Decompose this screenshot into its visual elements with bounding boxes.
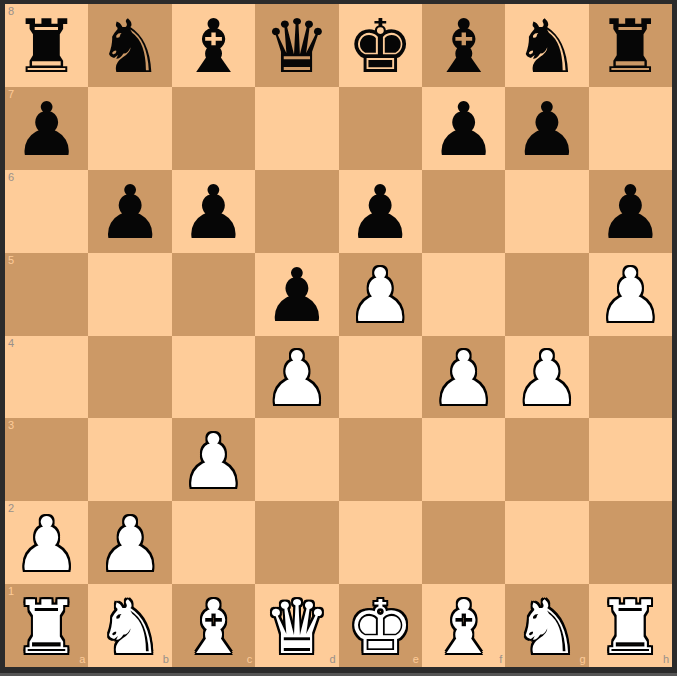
white-pawn[interactable]: ♟: [180, 424, 246, 498]
square-d2[interactable]: [255, 501, 338, 584]
square-g1[interactable]: ♞g: [505, 584, 588, 667]
black-pawn[interactable]: ♟: [597, 175, 663, 249]
white-rook[interactable]: ♜: [597, 590, 663, 664]
chess-board: 8♜♞♝♛♚♝♞♜7♟♟♟6♟♟♟♟5♟♟♟4♟♟♟3♟2♟♟1♜a♞b♝c♛d…: [5, 4, 672, 667]
black-king[interactable]: ♚: [347, 9, 413, 83]
square-f4[interactable]: ♟: [422, 336, 505, 419]
square-h5[interactable]: ♟: [589, 253, 672, 336]
white-pawn[interactable]: ♟: [514, 341, 580, 415]
square-c2[interactable]: [172, 501, 255, 584]
square-c3[interactable]: ♟: [172, 418, 255, 501]
square-f7[interactable]: ♟: [422, 87, 505, 170]
black-pawn[interactable]: ♟: [14, 92, 80, 166]
black-knight[interactable]: ♞: [97, 9, 163, 83]
square-d3[interactable]: [255, 418, 338, 501]
square-a2[interactable]: 2♟: [5, 501, 88, 584]
square-d8[interactable]: ♛: [255, 4, 338, 87]
black-knight[interactable]: ♞: [514, 9, 580, 83]
square-b3[interactable]: [88, 418, 171, 501]
square-e6[interactable]: ♟: [339, 170, 422, 253]
white-knight[interactable]: ♞: [97, 590, 163, 664]
black-pawn[interactable]: ♟: [430, 92, 496, 166]
square-f8[interactable]: ♝: [422, 4, 505, 87]
black-rook[interactable]: ♜: [14, 9, 80, 83]
square-h2[interactable]: [589, 501, 672, 584]
white-king[interactable]: ♚: [347, 590, 413, 664]
file-label: c: [247, 654, 253, 665]
black-rook[interactable]: ♜: [597, 9, 663, 83]
rank-label: 5: [8, 255, 14, 266]
square-a6[interactable]: 6: [5, 170, 88, 253]
square-g7[interactable]: ♟: [505, 87, 588, 170]
square-g6[interactable]: [505, 170, 588, 253]
square-b6[interactable]: ♟: [88, 170, 171, 253]
square-b4[interactable]: [88, 336, 171, 419]
board-frame: 8♜♞♝♛♚♝♞♜7♟♟♟6♟♟♟♟5♟♟♟4♟♟♟3♟2♟♟1♜a♞b♝c♛d…: [0, 0, 677, 676]
square-a8[interactable]: 8♜: [5, 4, 88, 87]
square-h7[interactable]: [589, 87, 672, 170]
file-label: a: [79, 654, 85, 665]
square-d1[interactable]: ♛d: [255, 584, 338, 667]
file-label: d: [329, 654, 335, 665]
square-b2[interactable]: ♟: [88, 501, 171, 584]
square-e1[interactable]: ♚e: [339, 584, 422, 667]
square-g2[interactable]: [505, 501, 588, 584]
white-pawn[interactable]: ♟: [430, 341, 496, 415]
square-e3[interactable]: [339, 418, 422, 501]
rank-label: 6: [8, 172, 14, 183]
square-e8[interactable]: ♚: [339, 4, 422, 87]
square-g3[interactable]: [505, 418, 588, 501]
file-label: e: [413, 654, 419, 665]
black-pawn[interactable]: ♟: [180, 175, 246, 249]
black-queen[interactable]: ♛: [264, 9, 330, 83]
file-label: f: [499, 654, 502, 665]
square-a3[interactable]: 3: [5, 418, 88, 501]
white-pawn[interactable]: ♟: [97, 507, 163, 581]
square-d4[interactable]: ♟: [255, 336, 338, 419]
square-f6[interactable]: [422, 170, 505, 253]
white-pawn[interactable]: ♟: [264, 341, 330, 415]
white-pawn[interactable]: ♟: [347, 258, 413, 332]
square-h4[interactable]: [589, 336, 672, 419]
square-h6[interactable]: ♟: [589, 170, 672, 253]
square-g5[interactable]: [505, 253, 588, 336]
square-b5[interactable]: [88, 253, 171, 336]
square-c5[interactable]: [172, 253, 255, 336]
square-f3[interactable]: [422, 418, 505, 501]
square-b7[interactable]: [88, 87, 171, 170]
square-c1[interactable]: ♝c: [172, 584, 255, 667]
square-c6[interactable]: ♟: [172, 170, 255, 253]
square-a1[interactable]: 1♜a: [5, 584, 88, 667]
square-d6[interactable]: [255, 170, 338, 253]
square-f5[interactable]: [422, 253, 505, 336]
square-e4[interactable]: [339, 336, 422, 419]
white-rook[interactable]: ♜: [14, 590, 80, 664]
file-label: h: [663, 654, 669, 665]
black-bishop[interactable]: ♝: [180, 9, 246, 83]
black-pawn[interactable]: ♟: [347, 175, 413, 249]
square-h1[interactable]: ♜h: [589, 584, 672, 667]
square-e2[interactable]: [339, 501, 422, 584]
square-b1[interactable]: ♞b: [88, 584, 171, 667]
file-label: b: [163, 654, 169, 665]
square-f1[interactable]: ♝f: [422, 584, 505, 667]
black-pawn[interactable]: ♟: [97, 175, 163, 249]
rank-label: 3: [8, 420, 14, 431]
square-g8[interactable]: ♞: [505, 4, 588, 87]
square-a5[interactable]: 5: [5, 253, 88, 336]
white-bishop[interactable]: ♝: [180, 590, 246, 664]
square-c7[interactable]: [172, 87, 255, 170]
white-bishop[interactable]: ♝: [430, 590, 496, 664]
square-e7[interactable]: [339, 87, 422, 170]
file-label: g: [580, 654, 586, 665]
white-pawn[interactable]: ♟: [597, 258, 663, 332]
square-c8[interactable]: ♝: [172, 4, 255, 87]
black-bishop[interactable]: ♝: [430, 9, 496, 83]
square-d7[interactable]: [255, 87, 338, 170]
square-h8[interactable]: ♜: [589, 4, 672, 87]
black-pawn[interactable]: ♟: [514, 92, 580, 166]
white-pawn[interactable]: ♟: [14, 507, 80, 581]
square-h3[interactable]: [589, 418, 672, 501]
square-a7[interactable]: 7♟: [5, 87, 88, 170]
square-g4[interactable]: ♟: [505, 336, 588, 419]
rank-label: 4: [8, 338, 14, 349]
white-knight[interactable]: ♞: [514, 590, 580, 664]
square-f2[interactable]: [422, 501, 505, 584]
black-pawn[interactable]: ♟: [264, 258, 330, 332]
square-e5[interactable]: ♟: [339, 253, 422, 336]
square-d5[interactable]: ♟: [255, 253, 338, 336]
white-queen[interactable]: ♛: [264, 590, 330, 664]
square-a4[interactable]: 4: [5, 336, 88, 419]
square-c4[interactable]: [172, 336, 255, 419]
square-b8[interactable]: ♞: [88, 4, 171, 87]
